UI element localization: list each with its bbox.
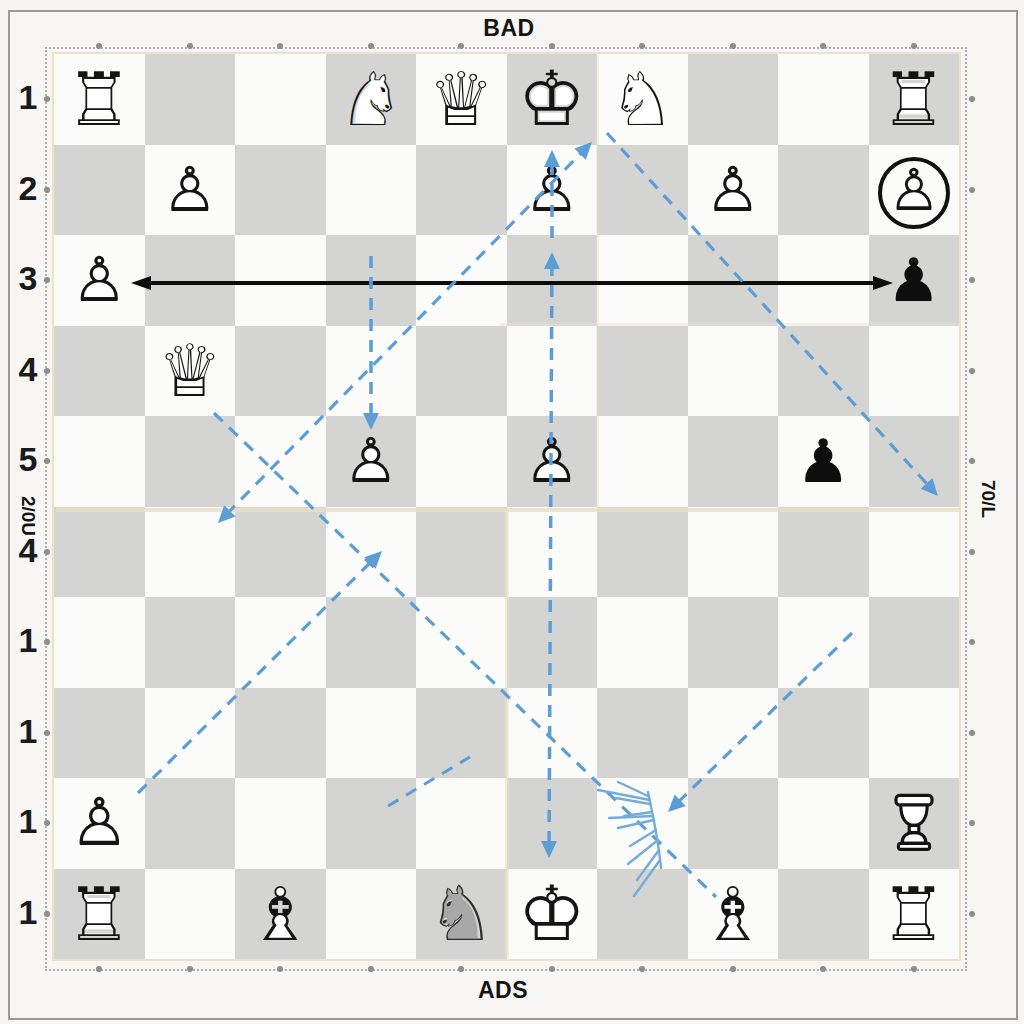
rank-label-4: 4 <box>10 350 46 389</box>
square-r10c5: ♞♘ <box>416 869 507 960</box>
square-r10c9 <box>778 869 869 960</box>
square-r4c1 <box>54 326 145 417</box>
square-r4c3 <box>235 326 326 417</box>
square-r8c4 <box>326 688 417 779</box>
square-r5c1 <box>54 416 145 507</box>
border-dot <box>44 730 50 736</box>
piece-wq-r1c5: ♛♕ <box>428 62 494 136</box>
square-r1c1: ♜♖ <box>54 54 145 145</box>
piece-wq-abstract-r4c2: ♛♕ <box>157 335 222 407</box>
square-r6c8 <box>688 507 779 598</box>
square-r2c10: ♟♙ <box>869 145 960 236</box>
rank-label-1: 1 <box>10 78 46 117</box>
right-rotated-label: 70/L <box>977 480 999 518</box>
square-r2c5 <box>416 145 507 236</box>
cream-line-rank3 <box>500 323 958 326</box>
piece-glyph: ♔ <box>518 869 586 958</box>
square-r8c1 <box>54 688 145 779</box>
rank-label-2: 2 <box>10 169 46 208</box>
piece-wr-r10c10: ♜♖ <box>881 877 947 951</box>
square-r4c10 <box>869 326 960 417</box>
square-r5c7 <box>597 416 688 507</box>
square-r7c10 <box>869 597 960 688</box>
square-r7c3 <box>235 597 326 688</box>
square-r10c3: ♝♗ <box>235 869 326 960</box>
border-dot <box>730 43 736 49</box>
square-r10c8: ♝♗ <box>688 869 779 960</box>
square-r7c9 <box>778 597 869 688</box>
square-r3c1: ♟♙ <box>54 235 145 326</box>
square-r2c4 <box>326 145 417 236</box>
piece-bp-r5c9: ♟ <box>796 431 850 491</box>
rank-label-6: 4 <box>10 531 46 570</box>
cream-midline-vertical <box>505 512 509 958</box>
piece-glyph: ♙ <box>705 153 761 226</box>
square-r5c9: ♟ <box>778 416 869 507</box>
square-r8c7 <box>597 688 688 779</box>
square-r10c2 <box>145 869 236 960</box>
square-r5c10 <box>869 416 960 507</box>
piece-glyph: ♖ <box>66 56 132 142</box>
bottom-caption: ADS <box>478 977 528 1004</box>
piece-glyph: ♖ <box>881 871 947 957</box>
border-dot <box>549 43 555 49</box>
piece-wk-r10c6: ♚♔ <box>518 876 586 952</box>
square-r10c6: ♚♔ <box>507 869 598 960</box>
piece-wp-r2c2: ♟♙ <box>162 159 218 221</box>
piece-wk-r1c6: ♚♔ <box>518 61 586 137</box>
square-r3c2 <box>145 235 236 326</box>
square-r7c8 <box>688 597 779 688</box>
border-dot <box>969 549 975 555</box>
piece-glyph: ♗ <box>247 871 313 957</box>
square-r5c2 <box>145 416 236 507</box>
piece-wn-r-r1c4: ♞♘ <box>338 62 404 136</box>
square-r10c1: ♜♖ <box>54 869 145 960</box>
border-dot <box>969 911 975 917</box>
square-r6c5 <box>416 507 507 598</box>
square-r6c7 <box>597 507 688 598</box>
border-dot <box>969 368 975 374</box>
square-r1c3 <box>235 54 326 145</box>
square-r3c10: ♟ <box>869 235 960 326</box>
piece-wr-r1c10: ♜♖ <box>881 62 947 136</box>
square-r3c6 <box>507 235 598 326</box>
rank-label-10: 1 <box>10 893 46 932</box>
piece-glyph: ♘ <box>338 56 404 142</box>
border-dot <box>187 43 193 49</box>
square-r6c10 <box>869 507 960 598</box>
square-r9c1: ♟♙ <box>54 778 145 869</box>
piece-glyph: ♙ <box>343 424 399 497</box>
border-dot <box>911 43 917 49</box>
piece-wp-r3c1: ♟♙ <box>71 249 127 311</box>
square-r7c2 <box>145 597 236 688</box>
piece-wr-r1c1: ♜♖ <box>66 62 132 136</box>
square-r9c7 <box>597 778 688 869</box>
square-r5c5 <box>416 416 507 507</box>
square-r7c5 <box>416 597 507 688</box>
square-r5c3 <box>235 416 326 507</box>
square-r8c3 <box>235 688 326 779</box>
square-r3c7 <box>597 235 688 326</box>
square-r8c2 <box>145 688 236 779</box>
piece-bp-r3c10: ♟ <box>887 250 941 310</box>
border-dot <box>368 966 374 972</box>
square-r8c8 <box>688 688 779 779</box>
square-r10c4 <box>326 869 417 960</box>
piece-glyph: ♗ <box>700 871 766 957</box>
square-r10c7 <box>597 869 688 960</box>
square-r9c9 <box>778 778 869 869</box>
piece-wp-r2c8: ♟♙ <box>705 159 761 221</box>
border-dot <box>969 187 975 193</box>
border-dot <box>44 549 50 555</box>
rank-label-3: 3 <box>10 259 46 298</box>
square-r3c3 <box>235 235 326 326</box>
square-r1c8 <box>688 54 779 145</box>
square-r4c4 <box>326 326 417 417</box>
piece-glyph: ♕ <box>428 56 494 142</box>
square-r8c5 <box>416 688 507 779</box>
piece-glyph: ♙ <box>70 784 129 861</box>
square-r4c8 <box>688 326 779 417</box>
square-r9c10 <box>869 778 960 869</box>
piece-wb-bell-r10c8: ♝♗ <box>700 877 766 951</box>
cream-line-file6 <box>596 56 599 508</box>
square-r3c5 <box>416 235 507 326</box>
square-r3c9 <box>778 235 869 326</box>
rank-label-7: 1 <box>10 621 46 660</box>
square-r5c4: ♟♙ <box>326 416 417 507</box>
square-r6c4 <box>326 507 417 598</box>
piece-glyph: ♟ <box>796 426 850 496</box>
piece-glyph: ♙ <box>162 153 218 226</box>
border-dot <box>44 911 50 917</box>
square-r9c2 <box>145 778 236 869</box>
square-r2c1 <box>54 145 145 236</box>
square-r2c3 <box>235 145 326 236</box>
square-r2c7 <box>597 145 688 236</box>
square-r1c4: ♞♘ <box>326 54 417 145</box>
square-r4c2: ♛♕ <box>145 326 236 417</box>
rank-label-5: 5 <box>10 440 46 479</box>
piece-wp-circle-r2c10: ♟♙ <box>888 161 940 219</box>
square-r7c4 <box>326 597 417 688</box>
square-r1c5: ♛♕ <box>416 54 507 145</box>
page: ♜♖♞♘♛♕♚♔♞♘♜♖♟♙♟♙♟♙♟♙♟♙♟♛♕♟♙♟♙♟♟♙♜♖♝♗♞♘♚♔… <box>0 0 1024 1024</box>
border-dot <box>969 730 975 736</box>
square-r9c4 <box>326 778 417 869</box>
border-dot <box>730 966 736 972</box>
piece-glyph: ♙ <box>888 156 940 224</box>
piece-glyph: ♟ <box>887 245 941 315</box>
piece-wb-bell-r10c3: ♝♗ <box>247 877 313 951</box>
border-dot <box>368 43 374 49</box>
square-r2c6: ♟♙ <box>507 145 598 236</box>
square-r6c1 <box>54 507 145 598</box>
square-r8c6 <box>507 688 598 779</box>
square-r7c7 <box>597 597 688 688</box>
square-r6c2 <box>145 507 236 598</box>
piece-glyph: ♘ <box>609 56 675 142</box>
piece-glyph: ♙ <box>71 243 127 316</box>
square-r1c7: ♞♘ <box>597 54 688 145</box>
piece-glyph: ♕ <box>157 329 222 413</box>
square-r7c1 <box>54 597 145 688</box>
piece-glyph: ♙ <box>524 153 580 226</box>
border-dot <box>44 187 50 193</box>
square-r5c8 <box>688 416 779 507</box>
piece-wn-r1c7: ♞♘ <box>609 62 675 136</box>
piece-glyph: ♘ <box>427 869 495 958</box>
square-r6c9 <box>778 507 869 598</box>
square-r4c5 <box>416 326 507 417</box>
square-r8c10 <box>869 688 960 779</box>
piece-wp-crown-r9c1: ♟♙ <box>70 790 129 856</box>
square-r9c5 <box>416 778 507 869</box>
square-r1c10: ♜♖ <box>869 54 960 145</box>
border-dot <box>911 966 917 972</box>
square-r1c6: ♚♔ <box>507 54 598 145</box>
piece-glyph: ♖ <box>66 871 132 957</box>
square-r10c10: ♜♖ <box>869 869 960 960</box>
goblet-piece-art <box>890 792 938 854</box>
piece-glyph: ♙ <box>524 424 580 497</box>
piece-glyph: ♔ <box>518 54 586 143</box>
square-r7c6 <box>507 597 598 688</box>
square-r1c2 <box>145 54 236 145</box>
square-r3c4 <box>326 235 417 326</box>
square-r4c9 <box>778 326 869 417</box>
piece-glyph: ♖ <box>881 56 947 142</box>
border-dot <box>187 966 193 972</box>
square-r9c8 <box>688 778 779 869</box>
square-r3c8 <box>688 235 779 326</box>
piece-wn-dragon-r10c5: ♞♘ <box>427 876 495 952</box>
piece-wp-r5c6: ♟♙ <box>524 430 580 492</box>
square-r4c7 <box>597 326 688 417</box>
rank-label-9: 1 <box>10 802 46 841</box>
square-r4c6 <box>507 326 598 417</box>
piece-wr-r10c1: ♜♖ <box>66 877 132 951</box>
rank-label-8: 1 <box>10 712 46 751</box>
square-r2c9 <box>778 145 869 236</box>
square-r5c6: ♟♙ <box>507 416 598 507</box>
square-r2c8: ♟♙ <box>688 145 779 236</box>
square-r2c2: ♟♙ <box>145 145 236 236</box>
piece-wp-r2c6: ♟♙ <box>524 159 580 221</box>
square-r6c6 <box>507 507 598 598</box>
square-r6c3 <box>235 507 326 598</box>
top-caption: BAD <box>483 15 534 42</box>
border-dot <box>549 966 555 972</box>
square-r9c3 <box>235 778 326 869</box>
square-r8c9 <box>778 688 869 779</box>
square-r1c9 <box>778 54 869 145</box>
border-dot <box>44 368 50 374</box>
piece-wp-r5c4: ♟♙ <box>343 430 399 492</box>
square-r9c6 <box>507 778 598 869</box>
